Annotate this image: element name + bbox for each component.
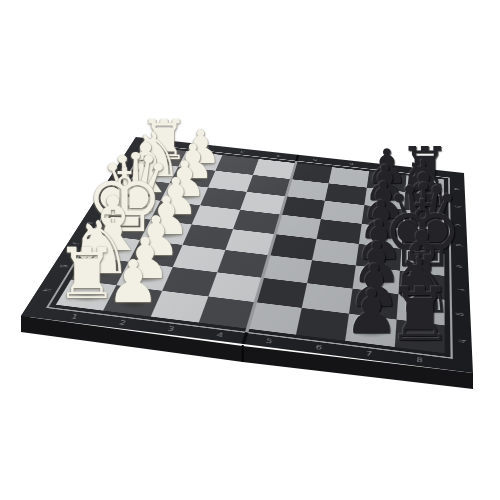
coord-rank-far-8: 8 xyxy=(423,170,428,174)
coord-file-left-e: e xyxy=(85,221,95,225)
coord-file-left-b: b xyxy=(119,168,128,171)
coord-file-left-a: a xyxy=(129,152,138,155)
coord-rank-far-3: 3 xyxy=(240,150,246,154)
coord-rank-far-5: 5 xyxy=(312,158,318,162)
coord-rank-far-2: 2 xyxy=(204,146,210,150)
coord-file-right-f: f xyxy=(455,288,464,291)
coord-rank-near-3: 3 xyxy=(167,326,176,332)
coord-rank-near-4: 4 xyxy=(216,332,224,339)
coord-file-right-h: h xyxy=(456,339,466,344)
coord-rank-near-8: 8 xyxy=(416,357,423,364)
coord-rank-near-5: 5 xyxy=(265,338,273,345)
coord-rank-far-6: 6 xyxy=(349,162,354,166)
coord-file-right-a: a xyxy=(453,188,461,191)
coord-rank-near-6: 6 xyxy=(315,344,323,351)
coord-file-right-c: c xyxy=(454,224,462,227)
coord-rank-far-1: 1 xyxy=(168,142,174,146)
coord-file-left-g: g xyxy=(57,264,68,268)
coord-file-right-b: b xyxy=(453,205,461,208)
coord-file-right-d: d xyxy=(454,243,463,247)
coord-file-left-d: d xyxy=(97,202,107,205)
coord-file-left-f: f xyxy=(72,242,82,245)
coord-file-right-g: g xyxy=(456,312,466,317)
coord-rank-far-7: 7 xyxy=(386,166,391,170)
coord-file-left-h: h xyxy=(42,288,53,292)
coord-file-left-c: c xyxy=(109,184,118,187)
coord-rank-near-1: 1 xyxy=(70,314,79,320)
chess-set-photo: 1122334455667788aabbccddeeffgghh ♜♟♟♜♞♟♟… xyxy=(0,0,500,500)
coord-rank-near-7: 7 xyxy=(365,350,372,357)
coord-rank-far-4: 4 xyxy=(276,154,282,158)
coord-file-right-e: e xyxy=(455,265,464,269)
coord-rank-near-2: 2 xyxy=(118,320,127,326)
